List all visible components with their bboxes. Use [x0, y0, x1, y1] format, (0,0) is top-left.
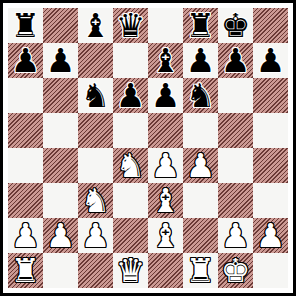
square-c5[interactable]	[78, 113, 113, 148]
piece-white-pawn[interactable]: ♟	[221, 218, 251, 253]
square-d3[interactable]	[113, 183, 148, 218]
square-a6[interactable]	[8, 78, 43, 113]
piece-black-pawn[interactable]: ♟	[186, 43, 216, 78]
square-e7[interactable]: ♝	[148, 43, 183, 78]
piece-black-bishop[interactable]: ♝	[81, 8, 111, 43]
square-b8[interactable]	[43, 8, 78, 43]
square-c8[interactable]: ♝	[78, 8, 113, 43]
square-f4[interactable]: ♟	[183, 148, 218, 183]
piece-white-rook[interactable]: ♜	[186, 253, 216, 288]
square-b1[interactable]	[43, 253, 78, 288]
square-d5[interactable]	[113, 113, 148, 148]
square-h3[interactable]	[253, 183, 288, 218]
square-a3[interactable]	[8, 183, 43, 218]
square-e1[interactable]	[148, 253, 183, 288]
square-e8[interactable]	[148, 8, 183, 43]
square-c3[interactable]: ♞	[78, 183, 113, 218]
piece-black-pawn[interactable]: ♟	[151, 78, 181, 113]
square-d2[interactable]	[113, 218, 148, 253]
piece-black-pawn[interactable]: ♟	[256, 43, 286, 78]
square-e3[interactable]: ♝	[148, 183, 183, 218]
piece-black-rook[interactable]: ♜	[186, 8, 216, 43]
piece-white-knight[interactable]: ♞	[81, 183, 111, 218]
piece-white-pawn[interactable]: ♟	[186, 148, 216, 183]
square-d6[interactable]: ♟	[113, 78, 148, 113]
piece-white-rook[interactable]: ♜	[11, 253, 41, 288]
square-d8[interactable]: ♛	[113, 8, 148, 43]
piece-white-king[interactable]: ♚	[221, 253, 251, 288]
square-f1[interactable]: ♜	[183, 253, 218, 288]
square-h1[interactable]	[253, 253, 288, 288]
piece-white-queen[interactable]: ♛	[116, 253, 146, 288]
square-e2[interactable]: ♝	[148, 218, 183, 253]
piece-white-knight[interactable]: ♞	[116, 148, 146, 183]
piece-black-rook[interactable]: ♜	[11, 8, 41, 43]
square-g4[interactable]	[218, 148, 253, 183]
piece-black-pawn[interactable]: ♟	[221, 43, 251, 78]
square-b3[interactable]	[43, 183, 78, 218]
square-c4[interactable]	[78, 148, 113, 183]
square-f7[interactable]: ♟	[183, 43, 218, 78]
square-a2[interactable]: ♟	[8, 218, 43, 253]
square-h6[interactable]	[253, 78, 288, 113]
square-g1[interactable]: ♚	[218, 253, 253, 288]
square-a1[interactable]: ♜	[8, 253, 43, 288]
piece-black-pawn[interactable]: ♟	[11, 43, 41, 78]
square-d7[interactable]	[113, 43, 148, 78]
square-f6[interactable]: ♞	[183, 78, 218, 113]
square-c7[interactable]	[78, 43, 113, 78]
square-d1[interactable]: ♛	[113, 253, 148, 288]
square-g8[interactable]: ♚	[218, 8, 253, 43]
square-c6[interactable]: ♞	[78, 78, 113, 113]
piece-white-bishop[interactable]: ♝	[151, 183, 181, 218]
square-h8[interactable]	[253, 8, 288, 43]
square-g3[interactable]	[218, 183, 253, 218]
square-e4[interactable]: ♟	[148, 148, 183, 183]
square-d4[interactable]: ♞	[113, 148, 148, 183]
piece-black-knight[interactable]: ♞	[186, 78, 216, 113]
square-f5[interactable]	[183, 113, 218, 148]
square-b6[interactable]	[43, 78, 78, 113]
piece-black-queen[interactable]: ♛	[116, 8, 146, 43]
square-b4[interactable]	[43, 148, 78, 183]
square-h7[interactable]: ♟	[253, 43, 288, 78]
square-a5[interactable]	[8, 113, 43, 148]
piece-white-pawn[interactable]: ♟	[46, 218, 76, 253]
chess-board-frame: ♜♝♛♜♚♟♟♝♟♟♟♞♟♟♞♞♟♟♞♝♟♟♟♝♟♟♜♛♜♚	[0, 0, 296, 296]
piece-white-bishop[interactable]: ♝	[151, 218, 181, 253]
square-g6[interactable]	[218, 78, 253, 113]
piece-black-king[interactable]: ♚	[221, 8, 251, 43]
square-a8[interactable]: ♜	[8, 8, 43, 43]
square-h2[interactable]: ♟	[253, 218, 288, 253]
piece-white-pawn[interactable]: ♟	[11, 218, 41, 253]
square-b7[interactable]: ♟	[43, 43, 78, 78]
square-g2[interactable]: ♟	[218, 218, 253, 253]
piece-white-pawn[interactable]: ♟	[151, 148, 181, 183]
square-c1[interactable]	[78, 253, 113, 288]
piece-black-knight[interactable]: ♞	[81, 78, 111, 113]
square-c2[interactable]: ♟	[78, 218, 113, 253]
square-e5[interactable]	[148, 113, 183, 148]
square-h4[interactable]	[253, 148, 288, 183]
square-f8[interactable]: ♜	[183, 8, 218, 43]
chess-board: ♜♝♛♜♚♟♟♝♟♟♟♞♟♟♞♞♟♟♞♝♟♟♟♝♟♟♜♛♜♚	[8, 8, 288, 288]
square-a4[interactable]	[8, 148, 43, 183]
square-a7[interactable]: ♟	[8, 43, 43, 78]
square-g5[interactable]	[218, 113, 253, 148]
square-h5[interactable]	[253, 113, 288, 148]
square-e6[interactable]: ♟	[148, 78, 183, 113]
piece-black-pawn[interactable]: ♟	[116, 78, 146, 113]
square-b2[interactable]: ♟	[43, 218, 78, 253]
square-f2[interactable]	[183, 218, 218, 253]
piece-white-pawn[interactable]: ♟	[81, 218, 111, 253]
piece-white-pawn[interactable]: ♟	[256, 218, 286, 253]
square-g7[interactable]: ♟	[218, 43, 253, 78]
square-f3[interactable]	[183, 183, 218, 218]
piece-black-bishop[interactable]: ♝	[151, 43, 181, 78]
piece-black-pawn[interactable]: ♟	[46, 43, 76, 78]
square-b5[interactable]	[43, 113, 78, 148]
